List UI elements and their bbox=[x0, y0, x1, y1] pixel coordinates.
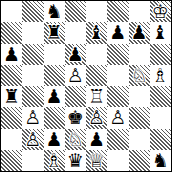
square-f4[interactable] bbox=[107, 86, 128, 107]
square-b8[interactable] bbox=[22, 1, 43, 22]
square-h7[interactable]: ♝ bbox=[150, 22, 171, 43]
square-a4[interactable]: ♜ bbox=[1, 86, 22, 107]
square-f2[interactable] bbox=[107, 129, 128, 150]
piece-black-pawn: ♟ bbox=[88, 129, 105, 150]
square-e1[interactable]: ♕ bbox=[86, 150, 107, 171]
piece-white-bishop: ♗ bbox=[46, 150, 63, 171]
square-c4[interactable]: ♟ bbox=[44, 86, 65, 107]
square-d4[interactable] bbox=[65, 86, 86, 107]
piece-white-rook: ♖ bbox=[88, 86, 105, 107]
square-d2[interactable]: ♘ bbox=[65, 129, 86, 150]
square-h5[interactable]: ♗ bbox=[150, 65, 171, 86]
square-b1[interactable] bbox=[22, 150, 43, 171]
square-e8[interactable] bbox=[86, 1, 107, 22]
square-a1[interactable] bbox=[1, 150, 22, 171]
square-e7[interactable]: ♝ bbox=[86, 22, 107, 43]
square-d7[interactable] bbox=[65, 22, 86, 43]
piece-black-pawn: ♟ bbox=[3, 44, 20, 65]
piece-black-queen: ♛ bbox=[67, 150, 84, 171]
square-f3[interactable]: ♙ bbox=[107, 107, 128, 128]
piece-black-rook: ♜ bbox=[46, 22, 63, 43]
square-c8[interactable]: ♞ bbox=[44, 1, 65, 22]
piece-black-bishop: ♝ bbox=[152, 22, 169, 43]
square-f6[interactable] bbox=[107, 44, 128, 65]
square-g5[interactable]: ♘ bbox=[129, 65, 150, 86]
piece-black-pawn: ♟ bbox=[67, 44, 84, 65]
piece-white-pawn: ♙ bbox=[24, 129, 41, 150]
piece-white-pawn: ♙ bbox=[24, 107, 41, 128]
piece-black-pawn: ♟ bbox=[46, 86, 63, 107]
piece-white-king: ♔ bbox=[152, 1, 169, 22]
square-d6[interactable]: ♟ bbox=[65, 44, 86, 65]
square-g8[interactable] bbox=[129, 1, 150, 22]
square-f5[interactable] bbox=[107, 65, 128, 86]
piece-white-bishop: ♗ bbox=[152, 65, 169, 86]
piece-white-pawn: ♙ bbox=[109, 107, 126, 128]
square-e5[interactable] bbox=[86, 65, 107, 86]
piece-white-pawn: ♙ bbox=[88, 107, 105, 128]
piece-white-queen: ♕ bbox=[88, 150, 105, 171]
square-g7[interactable]: ♟ bbox=[129, 22, 150, 43]
piece-black-knight: ♞ bbox=[46, 1, 63, 22]
square-e4[interactable]: ♖ bbox=[86, 86, 107, 107]
square-e6[interactable] bbox=[86, 44, 107, 65]
square-a7[interactable] bbox=[1, 22, 22, 43]
square-b7[interactable] bbox=[22, 22, 43, 43]
square-d1[interactable]: ♛ bbox=[65, 150, 86, 171]
piece-black-pawn: ♟ bbox=[109, 22, 126, 43]
square-h6[interactable] bbox=[150, 44, 171, 65]
square-c7[interactable]: ♜ bbox=[44, 22, 65, 43]
square-h8[interactable]: ♔ bbox=[150, 1, 171, 22]
piece-white-knight: ♘ bbox=[131, 65, 148, 86]
piece-black-pawn: ♟ bbox=[46, 129, 63, 150]
square-f7[interactable]: ♟ bbox=[107, 22, 128, 43]
square-e3[interactable]: ♙ bbox=[86, 107, 107, 128]
square-a8[interactable] bbox=[1, 1, 22, 22]
square-d8[interactable] bbox=[65, 1, 86, 22]
square-c6[interactable] bbox=[44, 44, 65, 65]
square-a5[interactable] bbox=[1, 65, 22, 86]
piece-black-king: ♚ bbox=[67, 107, 84, 128]
square-d5[interactable]: ♙ bbox=[65, 65, 86, 86]
square-g6[interactable] bbox=[129, 44, 150, 65]
square-b3[interactable]: ♙ bbox=[22, 107, 43, 128]
square-f1[interactable] bbox=[107, 150, 128, 171]
square-h1[interactable]: ♞ bbox=[150, 150, 171, 171]
square-b4[interactable] bbox=[22, 86, 43, 107]
piece-black-knight: ♞ bbox=[152, 150, 169, 171]
square-a3[interactable] bbox=[1, 107, 22, 128]
piece-black-bishop: ♝ bbox=[88, 22, 105, 43]
square-e2[interactable]: ♟ bbox=[86, 129, 107, 150]
square-d3[interactable]: ♚ bbox=[65, 107, 86, 128]
piece-white-knight: ♘ bbox=[67, 129, 84, 150]
square-b6[interactable] bbox=[22, 44, 43, 65]
square-c2[interactable]: ♟ bbox=[44, 129, 65, 150]
square-c3[interactable] bbox=[44, 107, 65, 128]
piece-black-pawn: ♟ bbox=[131, 22, 148, 43]
square-h3[interactable] bbox=[150, 107, 171, 128]
square-b5[interactable] bbox=[22, 65, 43, 86]
square-a6[interactable]: ♟ bbox=[1, 44, 22, 65]
square-g2[interactable] bbox=[129, 129, 150, 150]
square-g4[interactable] bbox=[129, 86, 150, 107]
square-g3[interactable] bbox=[129, 107, 150, 128]
square-g1[interactable] bbox=[129, 150, 150, 171]
chess-board: ♞♔♜♝♟♟♝♟♟♙♘♗♜♟♖♙♚♙♙♙♟♘♟♗♛♕♞ bbox=[0, 0, 172, 172]
square-a2[interactable] bbox=[1, 129, 22, 150]
square-c1[interactable]: ♗ bbox=[44, 150, 65, 171]
square-f8[interactable] bbox=[107, 1, 128, 22]
square-c5[interactable] bbox=[44, 65, 65, 86]
piece-black-rook: ♜ bbox=[3, 86, 20, 107]
square-h4[interactable] bbox=[150, 86, 171, 107]
square-h2[interactable] bbox=[150, 129, 171, 150]
square-b2[interactable]: ♙ bbox=[22, 129, 43, 150]
chess-board-grid: ♞♔♜♝♟♟♝♟♟♙♘♗♜♟♖♙♚♙♙♙♟♘♟♗♛♕♞ bbox=[1, 1, 171, 171]
piece-white-pawn: ♙ bbox=[67, 65, 84, 86]
